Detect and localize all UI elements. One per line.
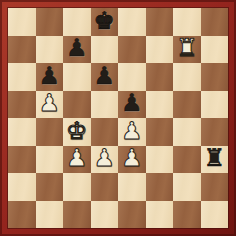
square-b5[interactable]: ♟ [36,91,64,119]
white-pawn[interactable]: ♟ [38,91,60,115]
square-h7[interactable] [201,36,229,64]
square-e7[interactable] [118,36,146,64]
square-a8[interactable] [8,8,36,36]
white-king[interactable]: ♚ [66,119,88,143]
square-a2[interactable] [8,173,36,201]
black-pawn[interactable]: ♟ [38,64,60,88]
square-g4[interactable] [173,118,201,146]
square-a5[interactable] [8,91,36,119]
square-f6[interactable] [146,63,174,91]
square-e6[interactable] [118,63,146,91]
square-f5[interactable] [146,91,174,119]
black-king[interactable]: ♚ [93,9,115,33]
black-pawn[interactable]: ♟ [66,36,88,60]
white-pawn[interactable]: ♟ [93,146,115,170]
black-pawn[interactable]: ♟ [93,64,115,88]
square-g2[interactable] [173,173,201,201]
square-b8[interactable] [36,8,64,36]
black-rook[interactable]: ♜ [203,146,225,170]
square-g8[interactable] [173,8,201,36]
square-a3[interactable] [8,146,36,174]
square-d5[interactable] [91,91,119,119]
square-e3[interactable]: ♟ [118,146,146,174]
square-g1[interactable] [173,201,201,229]
square-h4[interactable] [201,118,229,146]
square-h1[interactable] [201,201,229,229]
square-g6[interactable] [173,63,201,91]
white-pawn[interactable]: ♟ [66,146,88,170]
square-d4[interactable] [91,118,119,146]
square-c2[interactable] [63,173,91,201]
square-b4[interactable] [36,118,64,146]
square-h5[interactable] [201,91,229,119]
square-c8[interactable] [63,8,91,36]
square-h2[interactable] [201,173,229,201]
square-c7[interactable]: ♟ [63,36,91,64]
square-c3[interactable]: ♟ [63,146,91,174]
square-e1[interactable] [118,201,146,229]
square-g7[interactable]: ♜ [173,36,201,64]
square-c6[interactable] [63,63,91,91]
square-c4[interactable]: ♚ [63,118,91,146]
square-d3[interactable]: ♟ [91,146,119,174]
square-e2[interactable] [118,173,146,201]
square-b3[interactable] [36,146,64,174]
square-e8[interactable] [118,8,146,36]
black-pawn[interactable]: ♟ [121,91,143,115]
square-c1[interactable] [63,201,91,229]
square-d6[interactable]: ♟ [91,63,119,91]
square-b7[interactable] [36,36,64,64]
square-g5[interactable] [173,91,201,119]
square-e4[interactable]: ♟ [118,118,146,146]
square-f8[interactable] [146,8,174,36]
square-h6[interactable] [201,63,229,91]
square-f2[interactable] [146,173,174,201]
square-f1[interactable] [146,201,174,229]
square-b2[interactable] [36,173,64,201]
square-g3[interactable] [173,146,201,174]
square-f4[interactable] [146,118,174,146]
square-h3[interactable]: ♜ [201,146,229,174]
white-rook[interactable]: ♜ [176,36,198,60]
square-a4[interactable] [8,118,36,146]
square-f7[interactable] [146,36,174,64]
square-d7[interactable] [91,36,119,64]
square-a7[interactable] [8,36,36,64]
square-c5[interactable] [63,91,91,119]
chess-board: ♚♟♜♟♟♟♟♚♟♟♟♟♜ [8,8,228,228]
square-e5[interactable]: ♟ [118,91,146,119]
white-pawn[interactable]: ♟ [121,119,143,143]
square-d8[interactable]: ♚ [91,8,119,36]
square-h8[interactable] [201,8,229,36]
square-a1[interactable] [8,201,36,229]
square-b1[interactable] [36,201,64,229]
square-b6[interactable]: ♟ [36,63,64,91]
square-d1[interactable] [91,201,119,229]
square-f3[interactable] [146,146,174,174]
white-pawn[interactable]: ♟ [121,146,143,170]
chess-board-frame: ♚♟♜♟♟♟♟♚♟♟♟♟♜ [0,0,236,236]
square-a6[interactable] [8,63,36,91]
square-d2[interactable] [91,173,119,201]
